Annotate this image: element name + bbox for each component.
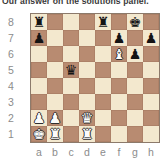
black-king-g8: ♚ (127, 14, 143, 30)
file-label-g: g (127, 145, 143, 160)
square-d3[interactable] (79, 94, 95, 110)
square-h2[interactable] (143, 110, 159, 126)
rank-labels: 87654321 (0, 13, 22, 142)
square-d7[interactable] (79, 30, 95, 46)
square-h7[interactable]: ♟ (143, 30, 159, 46)
white-rook-d1: ♜ (79, 126, 95, 142)
square-f3[interactable] (111, 94, 127, 110)
rank-label-6: 6 (0, 46, 22, 62)
square-c7[interactable] (63, 30, 79, 46)
square-b3[interactable] (47, 94, 63, 110)
square-f6[interactable]: ♝ (111, 46, 127, 62)
square-b1[interactable]: ♜ (47, 126, 63, 142)
square-d5[interactable] (79, 62, 95, 78)
black-pawn-a7: ♟ (31, 30, 47, 46)
square-f8[interactable] (111, 14, 127, 30)
square-b8[interactable] (47, 14, 63, 30)
black-pawn-g6: ♟ (127, 46, 143, 62)
board-frame: ♜♜♚♟♟♟♝♟♛♟♟♛♚♜♜ (30, 13, 160, 143)
square-g7[interactable] (127, 30, 143, 46)
file-label-a: a (31, 145, 47, 160)
square-h1[interactable] (143, 126, 159, 142)
square-g8[interactable]: ♚ (127, 14, 143, 30)
square-c4[interactable] (63, 78, 79, 94)
square-a8[interactable]: ♜ (31, 14, 47, 30)
square-d6[interactable] (79, 46, 95, 62)
file-label-f: f (111, 145, 127, 160)
black-pawn-f7: ♟ (111, 30, 127, 46)
square-h8[interactable] (143, 14, 159, 30)
square-h3[interactable] (143, 94, 159, 110)
square-a4[interactable] (31, 78, 47, 94)
square-e1[interactable] (95, 126, 111, 142)
white-rook-b1: ♜ (47, 126, 63, 142)
square-c5[interactable]: ♛ (63, 62, 79, 78)
square-b2[interactable]: ♟ (47, 110, 63, 126)
white-king-a1: ♚ (31, 126, 47, 142)
square-d4[interactable] (79, 78, 95, 94)
white-pawn-a2: ♟ (31, 110, 47, 126)
square-h6[interactable] (143, 46, 159, 62)
black-rook-e8: ♜ (95, 14, 111, 30)
rank-label-5: 5 (0, 62, 22, 78)
square-e3[interactable] (95, 94, 111, 110)
square-f2[interactable] (111, 110, 127, 126)
board: ♜♜♚♟♟♟♝♟♛♟♟♛♚♜♜ (31, 14, 159, 142)
square-g4[interactable] (127, 78, 143, 94)
file-label-e: e (95, 145, 111, 160)
white-pawn-b2: ♟ (47, 110, 63, 126)
white-queen-d2: ♛ (79, 110, 95, 126)
square-b6[interactable] (47, 46, 63, 62)
square-e7[interactable] (95, 30, 111, 46)
white-bishop-f6: ♝ (111, 46, 127, 62)
rank-label-2: 2 (0, 110, 22, 126)
file-label-d: d (79, 145, 95, 160)
square-g5[interactable] (127, 62, 143, 78)
rank-label-7: 7 (0, 30, 22, 46)
square-a5[interactable] (31, 62, 47, 78)
rank-label-4: 4 (0, 78, 22, 94)
square-e6[interactable] (95, 46, 111, 62)
square-c6[interactable] (63, 46, 79, 62)
square-b7[interactable] (47, 30, 63, 46)
rank-label-1: 1 (0, 126, 22, 142)
square-b5[interactable] (47, 62, 63, 78)
square-h5[interactable] (143, 62, 159, 78)
square-a6[interactable] (31, 46, 47, 62)
file-labels: abcdefgh (31, 145, 160, 160)
square-e5[interactable] (95, 62, 111, 78)
rank-label-8: 8 (0, 14, 22, 30)
square-f5[interactable] (111, 62, 127, 78)
square-e4[interactable] (95, 78, 111, 94)
square-f4[interactable] (111, 78, 127, 94)
square-f1[interactable] (111, 126, 127, 142)
black-queen-c5: ♛ (63, 62, 79, 78)
square-h4[interactable] (143, 78, 159, 94)
file-label-h: h (143, 145, 159, 160)
square-a2[interactable]: ♟ (31, 110, 47, 126)
square-g2[interactable] (127, 110, 143, 126)
square-c2[interactable] (63, 110, 79, 126)
square-a1[interactable]: ♚ (31, 126, 47, 142)
square-d1[interactable]: ♜ (79, 126, 95, 142)
file-label-c: c (63, 145, 79, 160)
square-e8[interactable]: ♜ (95, 14, 111, 30)
caption: Our answer on the solutions panel. (2, 0, 149, 6)
board-layout: 87654321 ♜♜♚♟♟♟♝♟♛♟♟♛♚♜♜ abcdefgh (0, 13, 160, 160)
black-pawn-h7: ♟ (143, 30, 159, 46)
square-c1[interactable] (63, 126, 79, 142)
file-label-b: b (47, 145, 63, 160)
square-g6[interactable]: ♟ (127, 46, 143, 62)
square-a7[interactable]: ♟ (31, 30, 47, 46)
square-a3[interactable] (31, 94, 47, 110)
square-b4[interactable] (47, 78, 63, 94)
square-c3[interactable] (63, 94, 79, 110)
rank-label-3: 3 (0, 94, 22, 110)
square-g1[interactable] (127, 126, 143, 142)
square-g3[interactable] (127, 94, 143, 110)
square-c8[interactable] (63, 14, 79, 30)
black-rook-a8: ♜ (31, 14, 47, 30)
square-d8[interactable] (79, 14, 95, 30)
square-d2[interactable]: ♛ (79, 110, 95, 126)
square-e2[interactable] (95, 110, 111, 126)
square-f7[interactable]: ♟ (111, 30, 127, 46)
